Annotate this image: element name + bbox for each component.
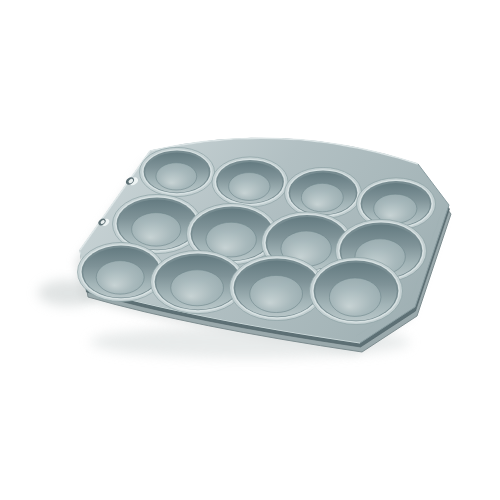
muffin-cup-r3-c1	[78, 242, 165, 301]
muffin-cup-r3-c4	[310, 257, 403, 324]
muffin-cup-r1-c1	[140, 147, 215, 196]
muffin-pan-image	[0, 0, 500, 500]
product-photo	[0, 0, 500, 500]
muffin-cup-r1-c2	[212, 157, 288, 207]
muffin-cup-r1-c3	[285, 167, 362, 218]
